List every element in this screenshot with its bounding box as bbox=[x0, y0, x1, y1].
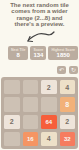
tutorial-line: there's a preview. bbox=[0, 21, 79, 27]
restart-button[interactable]: ↻ bbox=[69, 66, 78, 74]
score-box: Score 134 bbox=[30, 46, 46, 60]
control-buttons: ↶ ↻ bbox=[57, 66, 78, 74]
tile-16: 16 bbox=[23, 132, 39, 146]
tile-4: 4 bbox=[41, 132, 57, 146]
empty-cell bbox=[4, 132, 20, 146]
tile-4: 4 bbox=[60, 80, 76, 94]
empty-cell bbox=[23, 115, 39, 129]
tutorial-line: comes from a wider bbox=[0, 8, 79, 14]
highest-score-value: 1850 bbox=[51, 52, 75, 59]
next-tile-box: Next Tile 8 bbox=[8, 46, 29, 60]
tile-32: 32 bbox=[60, 132, 76, 146]
empty-cell bbox=[4, 97, 20, 111]
tile-64: 64 bbox=[41, 115, 57, 129]
undo-button[interactable]: ↶ bbox=[57, 66, 66, 74]
undo-icon: ↶ bbox=[59, 66, 64, 74]
tile-2: 2 bbox=[60, 115, 76, 129]
empty-cell bbox=[41, 97, 57, 111]
game-board[interactable]: 248264216432 bbox=[1, 77, 78, 149]
curvy-arrow-annotation bbox=[20, 29, 58, 47]
highest-score-box: Highest Score 1850 bbox=[48, 46, 78, 60]
tile-2: 2 bbox=[41, 80, 57, 94]
tile-8: 8 bbox=[60, 97, 76, 111]
empty-cell bbox=[23, 97, 39, 111]
tutorial-text: The next random tile comes from a wider … bbox=[0, 2, 79, 28]
empty-cell bbox=[23, 80, 39, 94]
empty-cell bbox=[4, 80, 20, 94]
tile-2: 2 bbox=[4, 115, 20, 129]
restart-icon: ↻ bbox=[71, 66, 76, 74]
next-tile-value: 8 bbox=[11, 52, 26, 59]
stats-row: Next Tile 8 Score 134 Highest Score 1850 bbox=[8, 46, 78, 60]
score-value: 134 bbox=[33, 52, 43, 59]
